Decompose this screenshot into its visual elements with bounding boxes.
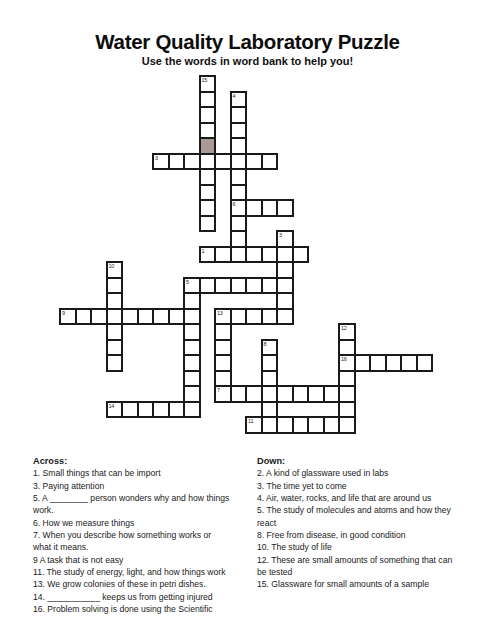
clue-number: 16 bbox=[341, 356, 347, 362]
clue-line: 1. Small things that can be import bbox=[33, 467, 229, 479]
clue-number: 10 bbox=[109, 263, 115, 269]
crossword-grid: 15436311059131281671411 bbox=[59, 75, 433, 434]
clue-number: 11 bbox=[248, 418, 253, 424]
grid-cell[interactable] bbox=[292, 246, 310, 264]
clue-line: work. bbox=[33, 504, 229, 516]
clue-list-header: Down: bbox=[257, 455, 452, 467]
clue-number: 9 bbox=[62, 310, 65, 316]
clue-line: 3. The time yet to come bbox=[257, 480, 452, 492]
clue-line: 10. The study of life bbox=[257, 541, 452, 553]
clue-number: 3 bbox=[279, 232, 282, 238]
clue-number: 1 bbox=[202, 248, 205, 254]
clue-number: 6 bbox=[233, 201, 236, 207]
clue-line: 15. Glassware for small amounts of a sam… bbox=[257, 578, 452, 590]
clue-number: 12 bbox=[341, 325, 347, 331]
clue-line: 12. These are small amounts of something… bbox=[257, 554, 452, 566]
grid-cell[interactable] bbox=[416, 354, 434, 372]
clue-line: 16. Problem solving is done using the Sc… bbox=[33, 603, 229, 615]
clue-line: 11. The study of energy, light, and how … bbox=[33, 566, 229, 578]
clue-number: 14 bbox=[109, 403, 115, 409]
clue-line: 13. We grow colonies of these in petri d… bbox=[33, 578, 229, 590]
clue-line: 5. A ________ person wonders why and how… bbox=[33, 492, 229, 504]
clue-line: react bbox=[257, 517, 452, 529]
across-clues: Across:1. Small things that can be impor… bbox=[33, 455, 229, 615]
clue-line: 8. Free from disease, in good condition bbox=[257, 529, 452, 541]
grid-cell[interactable] bbox=[338, 416, 356, 434]
grid-cell[interactable] bbox=[199, 215, 217, 233]
page-subtitle: Use the words in word bank to help you! bbox=[0, 55, 495, 67]
grid-cell[interactable] bbox=[276, 308, 294, 326]
clue-line: be tested bbox=[257, 566, 452, 578]
grid-cell[interactable] bbox=[261, 153, 279, 171]
down-clues: Down:2. A kind of glassware used in labs… bbox=[257, 455, 452, 591]
clue-line: what it means. bbox=[33, 541, 229, 553]
clue-line: 14. ___________ keeps us from getting in… bbox=[33, 591, 229, 603]
clue-number: 13 bbox=[217, 310, 223, 316]
clue-number: 4 bbox=[233, 93, 236, 99]
clue-line: 6. How we measure things bbox=[33, 517, 229, 529]
clue-line: 4. Air, water, rocks, and life that are … bbox=[257, 492, 452, 504]
clue-line: 5. The study of molecules and atoms and … bbox=[257, 504, 452, 516]
grid-cell[interactable] bbox=[276, 199, 294, 217]
clue-line: 2. A kind of glassware used in labs bbox=[257, 467, 452, 479]
clue-line: 9 A task that is not easy bbox=[33, 554, 229, 566]
clue-number: 7 bbox=[217, 387, 220, 393]
clue-number: 8 bbox=[264, 341, 267, 347]
clue-number: 3 bbox=[155, 155, 158, 161]
clue-list-header: Across: bbox=[33, 455, 229, 467]
clue-number: 15 bbox=[202, 77, 208, 83]
clue-line: 3. Paying attention bbox=[33, 480, 229, 492]
clue-number: 5 bbox=[186, 279, 189, 285]
clue-line: 7. When you describe how something works… bbox=[33, 529, 229, 541]
page-title: Water Quality Laboratory Puzzle bbox=[0, 30, 495, 54]
grid-cell[interactable] bbox=[183, 401, 201, 419]
grid-cell[interactable] bbox=[106, 354, 124, 372]
